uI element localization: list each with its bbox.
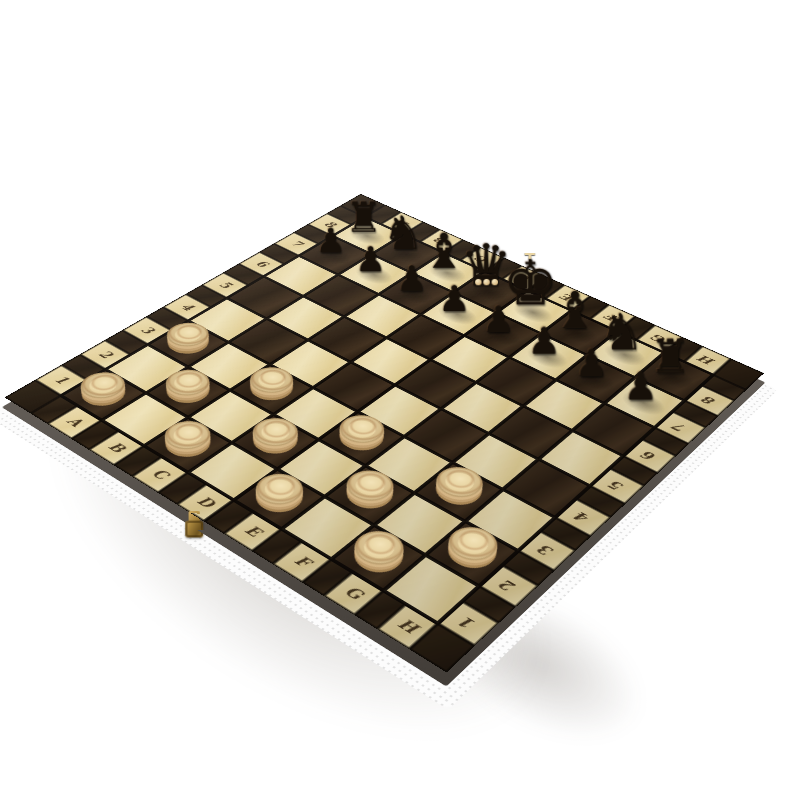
rank-label: 7 bbox=[288, 239, 305, 248]
pawn-glyph: ♟ bbox=[623, 364, 657, 408]
king-cream-cross-icon: ✚ bbox=[503, 248, 557, 262]
rank-label: 1 bbox=[51, 374, 71, 386]
product-photo-scene: 88AA77BB66CC55DD44EE33FF22GG11HH♜♞♝♛♚✚♝♞… bbox=[0, 0, 800, 800]
pawn-glyph: ♟ bbox=[482, 299, 514, 341]
pawn-glyph: ♟ bbox=[575, 342, 609, 385]
rank-label: 4 bbox=[178, 302, 196, 312]
rank-label: 8 bbox=[701, 395, 719, 407]
pawn-glyph: ♟ bbox=[438, 278, 470, 319]
pawn-glyph: ♟ bbox=[527, 320, 560, 363]
file-label: G bbox=[341, 584, 366, 602]
rank-label: 4 bbox=[573, 510, 593, 524]
rank-label: 1 bbox=[457, 615, 479, 632]
rank-label: 6 bbox=[640, 450, 659, 463]
file-label: H bbox=[697, 354, 717, 366]
rank-label: 6 bbox=[253, 259, 270, 268]
rank-label: 2 bbox=[96, 349, 115, 360]
rank-label: 2 bbox=[498, 578, 519, 594]
file-label: B bbox=[105, 441, 128, 455]
file-label: C bbox=[149, 467, 171, 481]
pawn-glyph: ♟ bbox=[396, 259, 427, 300]
file-label: H bbox=[394, 617, 420, 636]
latch-hook bbox=[185, 521, 203, 538]
rank-label: 5 bbox=[608, 479, 627, 493]
file-label: E bbox=[241, 524, 264, 540]
rank-label: 7 bbox=[671, 421, 689, 433]
rank-label: 3 bbox=[138, 325, 157, 336]
file-label: A bbox=[64, 415, 86, 428]
file-label: D bbox=[194, 495, 218, 511]
rank-label: 3 bbox=[537, 543, 558, 558]
pawn-glyph: ♟ bbox=[355, 240, 386, 280]
black-pawn-h7[interactable]: ♟ bbox=[611, 367, 669, 405]
file-label: F bbox=[291, 554, 313, 570]
rank-label: 5 bbox=[216, 280, 234, 290]
